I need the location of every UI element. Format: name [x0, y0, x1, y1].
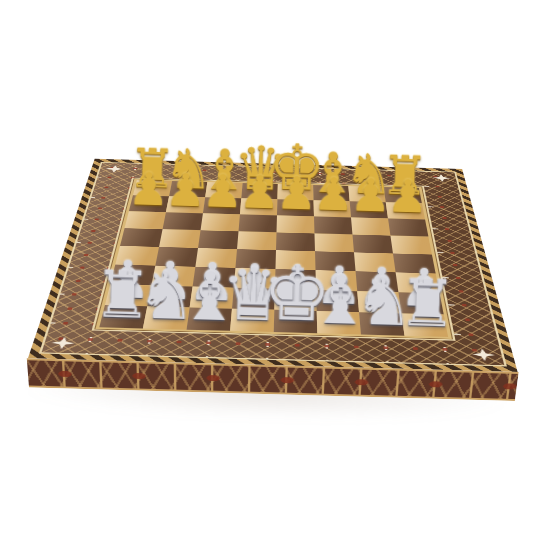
gold-pawn-g7[interactable]: ♟ [349, 171, 391, 218]
chess-board: ♜♞♝♛⚑♚♝♞♜♟♟♟♟♟♟♟♟♟♟♟♟♟♟♟♟♜♞♝♛♚♝♞♜ [28, 159, 518, 372]
square-c7[interactable]: ♟ [203, 197, 241, 214]
gold-pawn-d7[interactable]: ♟ [238, 168, 280, 215]
square-d5[interactable] [237, 231, 276, 250]
gold-pawn-h7[interactable]: ♟ [386, 173, 428, 220]
square-e6[interactable] [276, 215, 314, 233]
square-g5[interactable] [352, 234, 392, 253]
star-inlay-icon [50, 337, 76, 350]
inner-frame: ♜♞♝♛⚑♚♝♞♜♟♟♟♟♟♟♟♟♟♟♟♟♟♟♟♟♜♞♝♛♚♝♞♜ [92, 178, 456, 341]
star-inlay-icon [432, 174, 452, 182]
square-g6[interactable] [351, 218, 390, 236]
star-inlay-icon [471, 348, 497, 361]
square-a5[interactable] [120, 228, 163, 247]
square-f7[interactable]: ♟ [314, 200, 351, 217]
square-f6[interactable] [314, 216, 352, 234]
gold-pawn-f7[interactable]: ♟ [312, 170, 354, 217]
square-h6[interactable] [388, 219, 428, 237]
mosaic-border: ♜♞♝♛⚑♚♝♞♜♟♟♟♟♟♟♟♟♟♟♟♟♟♟♟♟♜♞♝♛♚♝♞♜ [39, 162, 507, 367]
square-h1[interactable]: ♜ [401, 313, 448, 337]
perspective-scene: ♜♞♝♛⚑♚♝♞♜♟♟♟♟♟♟♟♟♟♟♟♟♟♟♟♟♜♞♝♛♚♝♞♜ [30, 24, 522, 477]
square-b6[interactable] [163, 212, 203, 230]
scene-tilt: ♜♞♝♛⚑♚♝♞♜♟♟♟♟♟♟♟♟♟♟♟♟♟♟♟♟♜♞♝♛♚♝♞♜ [0, 0, 536, 536]
square-b5[interactable] [159, 229, 200, 248]
square-a7[interactable]: ♟ [129, 195, 169, 212]
square-c5[interactable] [198, 230, 238, 249]
square-d7[interactable]: ♟ [240, 198, 277, 215]
gold-pawn-a7[interactable]: ♟ [127, 165, 169, 212]
gold-pawn-b7[interactable]: ♟ [164, 166, 206, 213]
gold-pawn-c7[interactable]: ♟ [201, 167, 243, 214]
board-top-surface: ♜♞♝♛⚑♚♝♞♜♟♟♟♟♟♟♟♟♟♟♟♟♟♟♟♟♜♞♝♛♚♝♞♜ [28, 159, 518, 372]
square-h5[interactable] [390, 236, 432, 255]
square-a6[interactable] [125, 211, 166, 229]
silver-rook-h1[interactable]: ♜ [397, 270, 457, 336]
gold-pawn-e7[interactable]: ♟ [275, 169, 317, 216]
square-d6[interactable] [239, 214, 277, 232]
square-b7[interactable]: ♟ [166, 196, 205, 213]
square-c6[interactable] [201, 213, 240, 231]
photo-backdrop: ♜♞♝♛⚑♚♝♞♜♟♟♟♟♟♟♟♟♟♟♟♟♟♟♟♟♜♞♝♛♚♝♞♜ [0, 0, 536, 536]
star-inlay-icon [105, 165, 125, 173]
square-e7[interactable]: ♟ [277, 199, 314, 216]
square-h7[interactable]: ♟ [386, 202, 425, 219]
checkerboard: ♜♞♝♛⚑♚♝♞♜♟♟♟♟♟♟♟♟♟♟♟♟♟♟♟♟♜♞♝♛♚♝♞♜ [99, 180, 448, 337]
square-g7[interactable]: ♟ [350, 201, 388, 218]
